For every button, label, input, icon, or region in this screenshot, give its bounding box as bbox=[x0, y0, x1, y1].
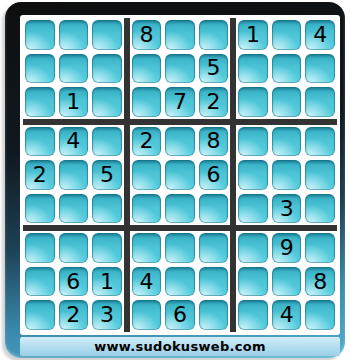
cell-r3c1[interactable] bbox=[25, 87, 55, 117]
cell-r9c8[interactable]: 4 bbox=[272, 300, 302, 330]
box-2: 8572 bbox=[130, 18, 231, 119]
cell-r2c6[interactable]: 5 bbox=[199, 54, 229, 84]
given-digit: 4 bbox=[139, 271, 153, 293]
cell-r4c7[interactable] bbox=[238, 127, 268, 157]
cell-r5c4[interactable] bbox=[132, 160, 162, 190]
box-3: 14 bbox=[236, 18, 337, 119]
cell-r3c7[interactable] bbox=[238, 87, 268, 117]
cell-r6c7[interactable] bbox=[238, 194, 268, 224]
cell-r8c3[interactable]: 1 bbox=[92, 267, 122, 297]
cell-r2c4[interactable] bbox=[132, 54, 162, 84]
box-7: 6123 bbox=[23, 231, 124, 332]
cell-r7c6[interactable] bbox=[199, 233, 229, 263]
cell-r8c7[interactable] bbox=[238, 267, 268, 297]
box-4: 425 bbox=[23, 125, 124, 226]
given-digit: 2 bbox=[66, 304, 80, 326]
cell-r5c8[interactable] bbox=[272, 160, 302, 190]
given-digit: 8 bbox=[139, 24, 153, 46]
given-digit: 1 bbox=[100, 271, 114, 293]
cell-r5c6[interactable]: 6 bbox=[199, 160, 229, 190]
cell-r9c5[interactable]: 6 bbox=[165, 300, 195, 330]
cell-r2c1[interactable] bbox=[25, 54, 55, 84]
cell-r5c5[interactable] bbox=[165, 160, 195, 190]
cell-r3c6[interactable]: 2 bbox=[199, 87, 229, 117]
cell-r6c6[interactable] bbox=[199, 194, 229, 224]
cell-r4c8[interactable] bbox=[272, 127, 302, 157]
cell-r5c9[interactable] bbox=[305, 160, 335, 190]
cell-r5c1[interactable]: 2 bbox=[25, 160, 55, 190]
cell-r4c5[interactable] bbox=[165, 127, 195, 157]
given-digit: 5 bbox=[207, 57, 221, 79]
cell-r8c1[interactable] bbox=[25, 267, 55, 297]
cell-r8c4[interactable]: 4 bbox=[132, 267, 162, 297]
given-digit: 2 bbox=[139, 130, 153, 152]
cell-r6c2[interactable] bbox=[59, 194, 89, 224]
sudoku-board: 18572144252863612346984 bbox=[20, 15, 340, 335]
given-digit: 4 bbox=[313, 24, 327, 46]
cell-r1c5[interactable] bbox=[165, 20, 195, 50]
cell-r6c5[interactable] bbox=[165, 194, 195, 224]
cell-r8c6[interactable] bbox=[199, 267, 229, 297]
cell-r2c5[interactable] bbox=[165, 54, 195, 84]
box-9: 984 bbox=[236, 231, 337, 332]
cell-r8c2[interactable]: 6 bbox=[59, 267, 89, 297]
cell-r6c3[interactable] bbox=[92, 194, 122, 224]
cell-r9c7[interactable] bbox=[238, 300, 268, 330]
cell-r7c8[interactable]: 9 bbox=[272, 233, 302, 263]
cell-r2c2[interactable] bbox=[59, 54, 89, 84]
cell-r7c9[interactable] bbox=[305, 233, 335, 263]
cell-r8c9[interactable]: 8 bbox=[305, 267, 335, 297]
box-6: 3 bbox=[236, 125, 337, 226]
cell-r3c2[interactable]: 1 bbox=[59, 87, 89, 117]
cell-r4c2[interactable]: 4 bbox=[59, 127, 89, 157]
cell-r1c7[interactable]: 1 bbox=[238, 20, 268, 50]
cell-r3c3[interactable] bbox=[92, 87, 122, 117]
cell-r9c2[interactable]: 2 bbox=[59, 300, 89, 330]
given-digit: 2 bbox=[207, 91, 221, 113]
cell-r7c2[interactable] bbox=[59, 233, 89, 263]
cell-r2c3[interactable] bbox=[92, 54, 122, 84]
cell-r2c9[interactable] bbox=[305, 54, 335, 84]
cell-r9c3[interactable]: 3 bbox=[92, 300, 122, 330]
board-frame: 18572144252863612346984 www.sudokusweb.c… bbox=[5, 2, 345, 358]
cell-r7c3[interactable] bbox=[92, 233, 122, 263]
cell-r8c5[interactable] bbox=[165, 267, 195, 297]
box-5: 286 bbox=[130, 125, 231, 226]
cell-r4c3[interactable] bbox=[92, 127, 122, 157]
cell-r9c1[interactable] bbox=[25, 300, 55, 330]
cell-r1c9[interactable]: 4 bbox=[305, 20, 335, 50]
cell-r3c5[interactable]: 7 bbox=[165, 87, 195, 117]
cell-r1c3[interactable] bbox=[92, 20, 122, 50]
cell-r8c8[interactable] bbox=[272, 267, 302, 297]
given-digit: 9 bbox=[280, 237, 294, 259]
cell-r6c9[interactable] bbox=[305, 194, 335, 224]
cell-r5c7[interactable] bbox=[238, 160, 268, 190]
cell-r3c4[interactable] bbox=[132, 87, 162, 117]
cell-r6c1[interactable] bbox=[25, 194, 55, 224]
given-digit: 4 bbox=[280, 304, 294, 326]
given-digit: 5 bbox=[100, 164, 114, 186]
cell-r1c1[interactable] bbox=[25, 20, 55, 50]
cell-r9c9[interactable] bbox=[305, 300, 335, 330]
cell-r1c8[interactable] bbox=[272, 20, 302, 50]
cell-r4c4[interactable]: 2 bbox=[132, 127, 162, 157]
given-digit: 6 bbox=[207, 164, 221, 186]
cell-r3c8[interactable] bbox=[272, 87, 302, 117]
cell-r1c6[interactable] bbox=[199, 20, 229, 50]
cell-r1c2[interactable] bbox=[59, 20, 89, 50]
box-8: 46 bbox=[130, 231, 231, 332]
cell-r3c9[interactable] bbox=[305, 87, 335, 117]
cell-r6c4[interactable] bbox=[132, 194, 162, 224]
cell-r9c4[interactable] bbox=[132, 300, 162, 330]
cell-r7c7[interactable] bbox=[238, 233, 268, 263]
cell-r2c7[interactable] bbox=[238, 54, 268, 84]
given-digit: 4 bbox=[66, 130, 80, 152]
given-digit: 6 bbox=[66, 271, 80, 293]
site-link[interactable]: www.sudokusweb.com bbox=[20, 337, 340, 356]
cell-r9c6[interactable] bbox=[199, 300, 229, 330]
cell-r1c4[interactable]: 8 bbox=[132, 20, 162, 50]
box-1: 1 bbox=[23, 18, 124, 119]
given-digit: 3 bbox=[100, 304, 114, 326]
given-digit: 8 bbox=[313, 271, 327, 293]
sudoku-page: 18572144252863612346984 www.sudokusweb.c… bbox=[0, 0, 350, 360]
cell-r7c1[interactable] bbox=[25, 233, 55, 263]
cell-r5c2[interactable] bbox=[59, 160, 89, 190]
given-digit: 8 bbox=[207, 130, 221, 152]
cell-r4c6[interactable]: 8 bbox=[199, 127, 229, 157]
given-digit: 1 bbox=[246, 24, 260, 46]
cell-r6c8[interactable]: 3 bbox=[272, 194, 302, 224]
cell-r7c5[interactable] bbox=[165, 233, 195, 263]
cell-r2c8[interactable] bbox=[272, 54, 302, 84]
box-grid: 18572144252863612346984 bbox=[23, 18, 337, 332]
cell-r4c9[interactable] bbox=[305, 127, 335, 157]
given-digit: 2 bbox=[33, 164, 47, 186]
cell-r7c4[interactable] bbox=[132, 233, 162, 263]
given-digit: 1 bbox=[66, 91, 80, 113]
given-digit: 6 bbox=[173, 304, 187, 326]
given-digit: 7 bbox=[173, 91, 187, 113]
cell-r4c1[interactable] bbox=[25, 127, 55, 157]
given-digit: 3 bbox=[280, 198, 294, 220]
cell-r5c3[interactable]: 5 bbox=[92, 160, 122, 190]
